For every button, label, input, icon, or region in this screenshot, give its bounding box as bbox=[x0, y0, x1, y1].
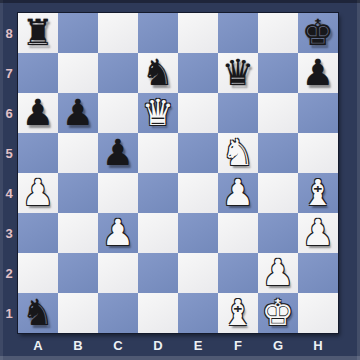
square-f4[interactable]: ♟ bbox=[218, 173, 258, 213]
square-d1[interactable] bbox=[138, 293, 178, 333]
rank-label-5: 5 bbox=[0, 133, 18, 173]
square-h4[interactable]: ♝ bbox=[298, 173, 338, 213]
square-b8[interactable] bbox=[58, 13, 98, 53]
piece-black-rook[interactable]: ♜ bbox=[22, 13, 54, 53]
piece-black-king[interactable]: ♚ bbox=[302, 13, 334, 53]
square-e4[interactable] bbox=[178, 173, 218, 213]
square-h5[interactable] bbox=[298, 133, 338, 173]
square-g5[interactable] bbox=[258, 133, 298, 173]
rank-label-6: 6 bbox=[0, 93, 18, 133]
square-h6[interactable] bbox=[298, 93, 338, 133]
square-e6[interactable] bbox=[178, 93, 218, 133]
file-label-b: B bbox=[58, 333, 98, 357]
square-b5[interactable] bbox=[58, 133, 98, 173]
file-label-e: E bbox=[178, 333, 218, 357]
square-f8[interactable] bbox=[218, 13, 258, 53]
square-h7[interactable]: ♟ bbox=[298, 53, 338, 93]
square-c7[interactable] bbox=[98, 53, 138, 93]
file-label-c: C bbox=[98, 333, 138, 357]
square-f1[interactable]: ♝ bbox=[218, 293, 258, 333]
chess-board: ♜♚♞♛♟♟♟♛♟♞♟♟♝♟♟♟♞♝♚ bbox=[18, 13, 338, 333]
file-labels: ABCDEFGH bbox=[18, 333, 338, 357]
square-c5[interactable]: ♟ bbox=[98, 133, 138, 173]
square-a2[interactable] bbox=[18, 253, 58, 293]
square-e2[interactable] bbox=[178, 253, 218, 293]
square-f5[interactable]: ♞ bbox=[218, 133, 258, 173]
piece-black-pawn[interactable]: ♟ bbox=[102, 133, 134, 173]
square-d5[interactable] bbox=[138, 133, 178, 173]
square-d7[interactable]: ♞ bbox=[138, 53, 178, 93]
piece-black-pawn[interactable]: ♟ bbox=[22, 93, 54, 133]
piece-white-pawn[interactable]: ♟ bbox=[262, 253, 294, 293]
chess-board-frame: 87654321 ♜♚♞♛♟♟♟♛♟♞♟♟♝♟♟♟♞♝♚ ABCDEFGH bbox=[0, 0, 360, 360]
square-a7[interactable] bbox=[18, 53, 58, 93]
square-c6[interactable] bbox=[98, 93, 138, 133]
piece-white-pawn[interactable]: ♟ bbox=[102, 213, 134, 253]
square-a5[interactable] bbox=[18, 133, 58, 173]
piece-white-knight[interactable]: ♞ bbox=[222, 133, 254, 173]
file-label-a: A bbox=[18, 333, 58, 357]
square-g4[interactable] bbox=[258, 173, 298, 213]
rank-labels: 87654321 bbox=[0, 13, 18, 333]
piece-black-queen[interactable]: ♛ bbox=[222, 53, 254, 93]
square-g8[interactable] bbox=[258, 13, 298, 53]
square-c1[interactable] bbox=[98, 293, 138, 333]
square-d8[interactable] bbox=[138, 13, 178, 53]
piece-white-king[interactable]: ♚ bbox=[262, 293, 294, 333]
square-b3[interactable] bbox=[58, 213, 98, 253]
square-a6[interactable]: ♟ bbox=[18, 93, 58, 133]
square-c3[interactable]: ♟ bbox=[98, 213, 138, 253]
square-g7[interactable] bbox=[258, 53, 298, 93]
piece-black-knight[interactable]: ♞ bbox=[22, 293, 54, 333]
square-b7[interactable] bbox=[58, 53, 98, 93]
piece-white-pawn[interactable]: ♟ bbox=[222, 173, 254, 213]
square-h8[interactable]: ♚ bbox=[298, 13, 338, 53]
piece-white-queen[interactable]: ♛ bbox=[142, 93, 174, 133]
square-b6[interactable]: ♟ bbox=[58, 93, 98, 133]
piece-black-knight[interactable]: ♞ bbox=[142, 53, 174, 93]
rank-label-8: 8 bbox=[0, 13, 18, 53]
square-b1[interactable] bbox=[58, 293, 98, 333]
piece-black-pawn[interactable]: ♟ bbox=[302, 53, 334, 93]
piece-white-bishop[interactable]: ♝ bbox=[222, 293, 254, 333]
square-c2[interactable] bbox=[98, 253, 138, 293]
square-a3[interactable] bbox=[18, 213, 58, 253]
file-label-g: G bbox=[258, 333, 298, 357]
square-d4[interactable] bbox=[138, 173, 178, 213]
square-e8[interactable] bbox=[178, 13, 218, 53]
file-label-f: F bbox=[218, 333, 258, 357]
square-f3[interactable] bbox=[218, 213, 258, 253]
rank-label-7: 7 bbox=[0, 53, 18, 93]
file-label-h: H bbox=[298, 333, 338, 357]
square-c4[interactable] bbox=[98, 173, 138, 213]
square-b4[interactable] bbox=[58, 173, 98, 213]
square-f2[interactable] bbox=[218, 253, 258, 293]
square-a8[interactable]: ♜ bbox=[18, 13, 58, 53]
square-e1[interactable] bbox=[178, 293, 218, 333]
square-b2[interactable] bbox=[58, 253, 98, 293]
square-h1[interactable] bbox=[298, 293, 338, 333]
rank-label-2: 2 bbox=[0, 253, 18, 293]
square-a4[interactable]: ♟ bbox=[18, 173, 58, 213]
square-f7[interactable]: ♛ bbox=[218, 53, 258, 93]
square-d3[interactable] bbox=[138, 213, 178, 253]
square-e7[interactable] bbox=[178, 53, 218, 93]
piece-white-pawn[interactable]: ♟ bbox=[302, 213, 334, 253]
square-e3[interactable] bbox=[178, 213, 218, 253]
square-h2[interactable] bbox=[298, 253, 338, 293]
square-a1[interactable]: ♞ bbox=[18, 293, 58, 333]
square-d6[interactable]: ♛ bbox=[138, 93, 178, 133]
piece-black-pawn[interactable]: ♟ bbox=[62, 93, 94, 133]
square-g1[interactable]: ♚ bbox=[258, 293, 298, 333]
square-g3[interactable] bbox=[258, 213, 298, 253]
square-e5[interactable] bbox=[178, 133, 218, 173]
rank-label-3: 3 bbox=[0, 213, 18, 253]
square-g6[interactable] bbox=[258, 93, 298, 133]
square-h3[interactable]: ♟ bbox=[298, 213, 338, 253]
square-g2[interactable]: ♟ bbox=[258, 253, 298, 293]
rank-label-4: 4 bbox=[0, 173, 18, 213]
square-c8[interactable] bbox=[98, 13, 138, 53]
piece-white-bishop[interactable]: ♝ bbox=[302, 173, 334, 213]
rank-label-1: 1 bbox=[0, 293, 18, 333]
square-d2[interactable] bbox=[138, 253, 178, 293]
file-label-d: D bbox=[138, 333, 178, 357]
square-f6[interactable] bbox=[218, 93, 258, 133]
piece-white-pawn[interactable]: ♟ bbox=[22, 173, 54, 213]
